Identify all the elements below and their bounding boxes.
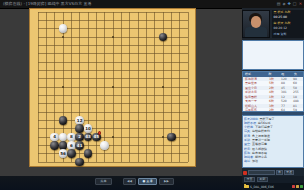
webcam-person-face — [251, 16, 261, 28]
status-filename: S_DAL_006_E06 — [250, 185, 274, 189]
stone-E4: 8 — [67, 133, 76, 142]
move-number: 2 — [75, 133, 84, 142]
grid-line-h — [38, 103, 188, 104]
game-info-box — [242, 40, 304, 70]
stone-F3: 41 — [75, 141, 84, 150]
grid-line-v — [188, 12, 189, 162]
stone-G2 — [84, 149, 93, 158]
menu-icon[interactable]: ▤ — [277, 1, 281, 6]
toolbar-button-0[interactable]: 菜单 — [95, 178, 112, 185]
chat-area[interactable]: 弈友2008: 黑棋下厚了观棋不语: 白56好手小棋迷: 下边打起来了清风: 这… — [242, 115, 304, 168]
status-indicator-icon — [296, 185, 299, 188]
stone-F4: 2 — [75, 133, 84, 142]
move-number: 6 — [67, 141, 76, 150]
stone-F6: 12 — [75, 116, 84, 125]
grid-line-v — [121, 12, 122, 162]
emoji-button[interactable]: 表 — [276, 170, 283, 175]
app-window: (棋弈在线) - [19路对弈] 观战中 黑方VS白方 直播 ▤◈✚□✕ 121… — [0, 0, 304, 190]
toolbar-button-1[interactable]: ◀◀ — [123, 178, 136, 185]
grid-line-v — [154, 12, 155, 162]
hoshi-point — [112, 36, 114, 38]
stone-R4 — [167, 133, 176, 142]
player-info-row-4: 对局 资料 — [272, 32, 304, 37]
stone-C3 — [50, 141, 59, 150]
window-title: (棋弈在线) - [19路对弈] 观战中 黑方VS白方 直播 — [3, 1, 91, 7]
spectator-table[interactable]: 棋手段胜负 弈海听涛3段12098黑白世界5段8860星位小目2段4550手谈之… — [242, 71, 304, 112]
move-number: 4 — [50, 133, 59, 142]
chat-input[interactable] — [248, 170, 275, 175]
hoshi-point — [62, 86, 64, 88]
toolbar-button-2[interactable]: ● 直播 — [138, 178, 157, 185]
move-number: 43 — [84, 133, 93, 142]
help-icon[interactable]: ✚ — [288, 1, 291, 6]
spectator-table-body: 弈海听涛3段12098黑白世界5段8860星位小目2段4550手谈之乐4段301… — [243, 77, 303, 112]
move-number: 10 — [84, 124, 93, 133]
move-number: 8 — [67, 133, 76, 142]
chat-line: 路过: 加油 — [244, 159, 303, 163]
hoshi-point — [162, 136, 164, 138]
stone-D3 — [59, 141, 68, 150]
stone-D2: 56 — [59, 149, 68, 158]
status-indicator-icon — [300, 185, 303, 188]
status-indicator-icon — [292, 185, 295, 188]
stone-C4: 4 — [50, 133, 59, 142]
send-button[interactable]: 发送 — [284, 170, 294, 175]
last-move-marker — [98, 131, 102, 135]
move-number: 56 — [59, 149, 68, 158]
grid-line-v — [138, 12, 139, 162]
stone-J3 — [100, 141, 109, 150]
stone-Q16 — [159, 33, 168, 42]
player-info: 黑 棋手 九段00:25:00白 棋友 九段00:20:12对局 资料 — [272, 10, 304, 38]
stone-G4: 43 — [84, 133, 93, 142]
grid-line-h — [38, 162, 188, 163]
right-panel: 黑 棋手 九段00:25:00白 棋友 九段00:20:12对局 资料 棋手段胜… — [242, 8, 304, 190]
panel-button-0[interactable]: 发言 — [244, 177, 255, 182]
go-board[interactable]: 1210482434564156 — [29, 8, 196, 167]
panel-button-row: 发言刷新 — [242, 176, 304, 183]
hoshi-point — [112, 136, 114, 138]
hoshi-point — [112, 86, 114, 88]
stone-F1 — [75, 158, 84, 167]
pin-icon[interactable]: ◈ — [282, 1, 285, 6]
stone-D4 — [59, 133, 68, 142]
move-number: 12 — [75, 116, 84, 125]
record-icon[interactable] — [243, 171, 247, 175]
status-bar: S_DAL_006_E06 — [242, 183, 304, 190]
folder-icon[interactable] — [244, 185, 249, 189]
close-icon[interactable]: ✕ — [299, 1, 302, 6]
stone-E3: 6 — [67, 141, 76, 150]
stone-D6 — [59, 116, 68, 125]
stone-E2 — [67, 149, 76, 158]
hoshi-point — [62, 36, 64, 38]
stone-D17 — [59, 24, 68, 33]
stone-F5 — [75, 124, 84, 133]
stone-G5: 10 — [84, 124, 93, 133]
window-controls: ▤◈✚□✕ — [277, 1, 302, 6]
grid-line-h — [38, 112, 188, 113]
status-icons — [292, 185, 303, 188]
grid-line-v — [129, 12, 130, 162]
hoshi-point — [162, 86, 164, 88]
panel-button-1[interactable]: 刷新 — [257, 177, 268, 182]
toolbar-button-3[interactable]: ▶▶ — [159, 178, 174, 185]
webcam-video — [242, 10, 270, 38]
chat-username: 路过: — [244, 159, 252, 163]
webcam-person-body — [245, 27, 267, 38]
grid-line-h — [38, 128, 188, 129]
grid-line-v — [146, 12, 147, 162]
maximize-icon[interactable]: □ — [293, 1, 297, 6]
move-number: 41 — [75, 141, 84, 150]
chat-input-row: 表 发送 — [242, 169, 304, 176]
grid-line-v — [179, 12, 180, 162]
grid-line-h — [38, 95, 188, 96]
